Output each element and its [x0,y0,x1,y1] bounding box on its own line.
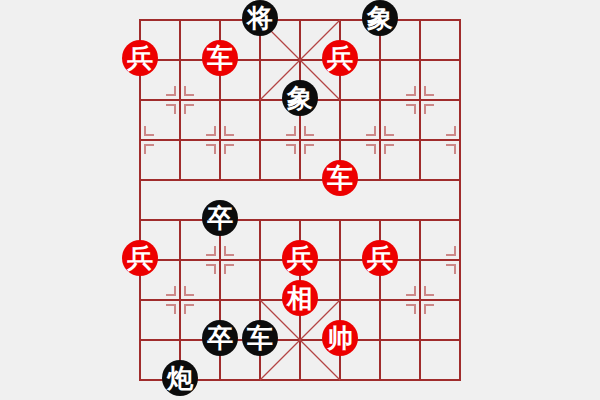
point-marker-bracket [406,104,416,114]
point-marker-bracket [406,86,416,96]
piece-black-soldier[interactable]: 卒 [202,200,238,236]
piece-red-soldier[interactable]: 兵 [122,40,158,76]
point-marker-bracket [224,126,234,136]
point-marker-bracket [446,264,456,274]
point-marker-bracket [406,304,416,314]
point-marker-bracket [424,286,434,296]
point-marker-bracket [184,304,194,314]
piece-black-general[interactable]: 将 [242,0,278,36]
piece-red-general[interactable]: 帅 [322,320,358,356]
piece-black-elephant[interactable]: 象 [282,80,318,116]
point-marker-bracket [184,86,194,96]
point-marker-bracket [304,126,314,136]
point-marker-bracket [224,246,234,256]
piece-red-chariot[interactable]: 车 [322,160,358,196]
point-marker-bracket [166,104,176,114]
xiangqi-board: 将象兵车兵象车卒兵兵兵相卒车帅炮 [0,0,600,400]
piece-red-soldier[interactable]: 兵 [322,40,358,76]
piece-red-soldier[interactable]: 兵 [362,240,398,276]
point-marker-bracket [286,144,296,154]
point-marker-bracket [206,144,216,154]
piece-black-chariot[interactable]: 车 [242,320,278,356]
point-marker-bracket [446,246,456,256]
point-marker-bracket [384,144,394,154]
point-marker-bracket [144,144,154,154]
point-marker-bracket [166,86,176,96]
piece-black-cannon[interactable]: 炮 [162,360,198,396]
point-marker-bracket [366,126,376,136]
piece-red-elephant[interactable]: 相 [282,280,318,316]
point-marker-bracket [224,264,234,274]
point-marker-bracket [166,286,176,296]
point-marker-bracket [304,144,314,154]
point-marker-bracket [406,286,416,296]
point-marker-bracket [446,126,456,136]
point-marker-bracket [424,304,434,314]
point-marker-bracket [166,304,176,314]
piece-black-elephant[interactable]: 象 [362,0,398,36]
piece-red-soldier[interactable]: 兵 [282,240,318,276]
point-marker-bracket [424,86,434,96]
piece-red-chariot[interactable]: 车 [202,40,238,76]
point-marker-bracket [224,144,234,154]
point-marker-bracket [184,286,194,296]
point-marker-bracket [206,126,216,136]
piece-red-soldier[interactable]: 兵 [122,240,158,276]
point-marker-bracket [446,144,456,154]
point-marker-bracket [184,104,194,114]
point-marker-bracket [366,144,376,154]
point-marker-bracket [424,104,434,114]
point-marker-bracket [384,126,394,136]
point-marker-bracket [206,264,216,274]
point-marker-bracket [206,246,216,256]
point-marker-bracket [286,126,296,136]
piece-black-soldier[interactable]: 卒 [202,320,238,356]
point-marker-bracket [144,126,154,136]
